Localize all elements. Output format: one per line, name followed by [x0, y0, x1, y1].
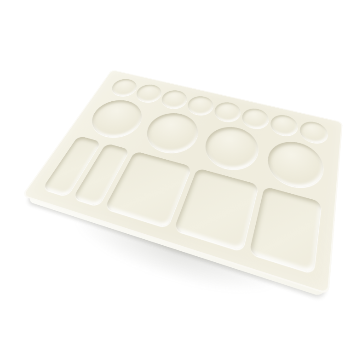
- large-round-well: [199, 122, 263, 175]
- small-round-well: [211, 100, 243, 124]
- square-well: [249, 186, 322, 273]
- small-round-well: [239, 106, 270, 131]
- large-round-well: [83, 96, 149, 142]
- small-round-well: [268, 113, 299, 139]
- photo-stage: [57, 64, 333, 248]
- rectangular-well: [42, 136, 101, 197]
- small-round-well: [158, 88, 190, 111]
- large-round-well: [263, 137, 325, 194]
- small-round-well: [184, 94, 216, 117]
- small-round-well: [133, 82, 165, 104]
- large-round-well: [139, 109, 204, 159]
- square-well: [104, 151, 192, 228]
- square-well: [174, 168, 259, 251]
- small-round-well: [298, 119, 328, 145]
